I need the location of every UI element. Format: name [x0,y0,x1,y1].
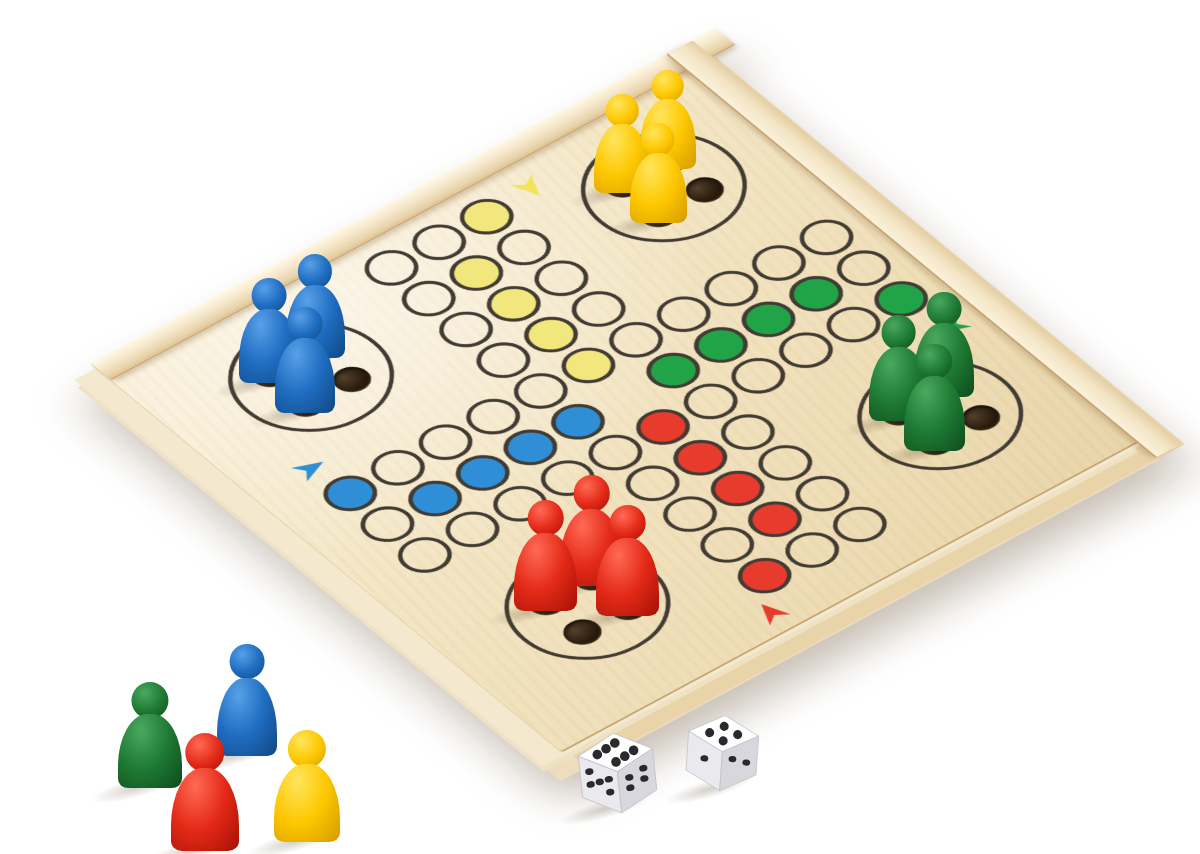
pawn-body [904,376,965,451]
die-1[interactable] [564,717,670,823]
pawn-body [514,533,577,611]
pawn-head [917,344,952,379]
pawn-body [274,764,340,842]
pawn-head [652,70,684,102]
pawn-head [927,292,962,327]
pawn-head [185,733,224,772]
pawn-green[interactable] [904,344,965,451]
pawn-head [288,307,323,342]
die-2[interactable] [673,701,770,798]
pawn-head [606,94,638,126]
pawn-head [642,123,675,156]
pawn-red[interactable] [514,500,577,611]
scene [0,0,1200,854]
pawn-head [609,505,646,542]
pawn-head [527,500,564,537]
pawn-body [171,768,239,851]
pawn-yellow[interactable] [630,123,687,223]
loose-pawn-red[interactable] [171,733,239,851]
pawn-body [275,338,335,412]
pawn-head [230,644,265,679]
pawn-blue[interactable] [275,307,335,413]
pawn-head [288,730,326,768]
pawn-red[interactable] [596,505,659,616]
pawn-body [596,538,659,616]
pawn-head [298,254,332,288]
loose-pawn-yellow[interactable] [274,730,340,842]
pawn-body [630,153,687,223]
